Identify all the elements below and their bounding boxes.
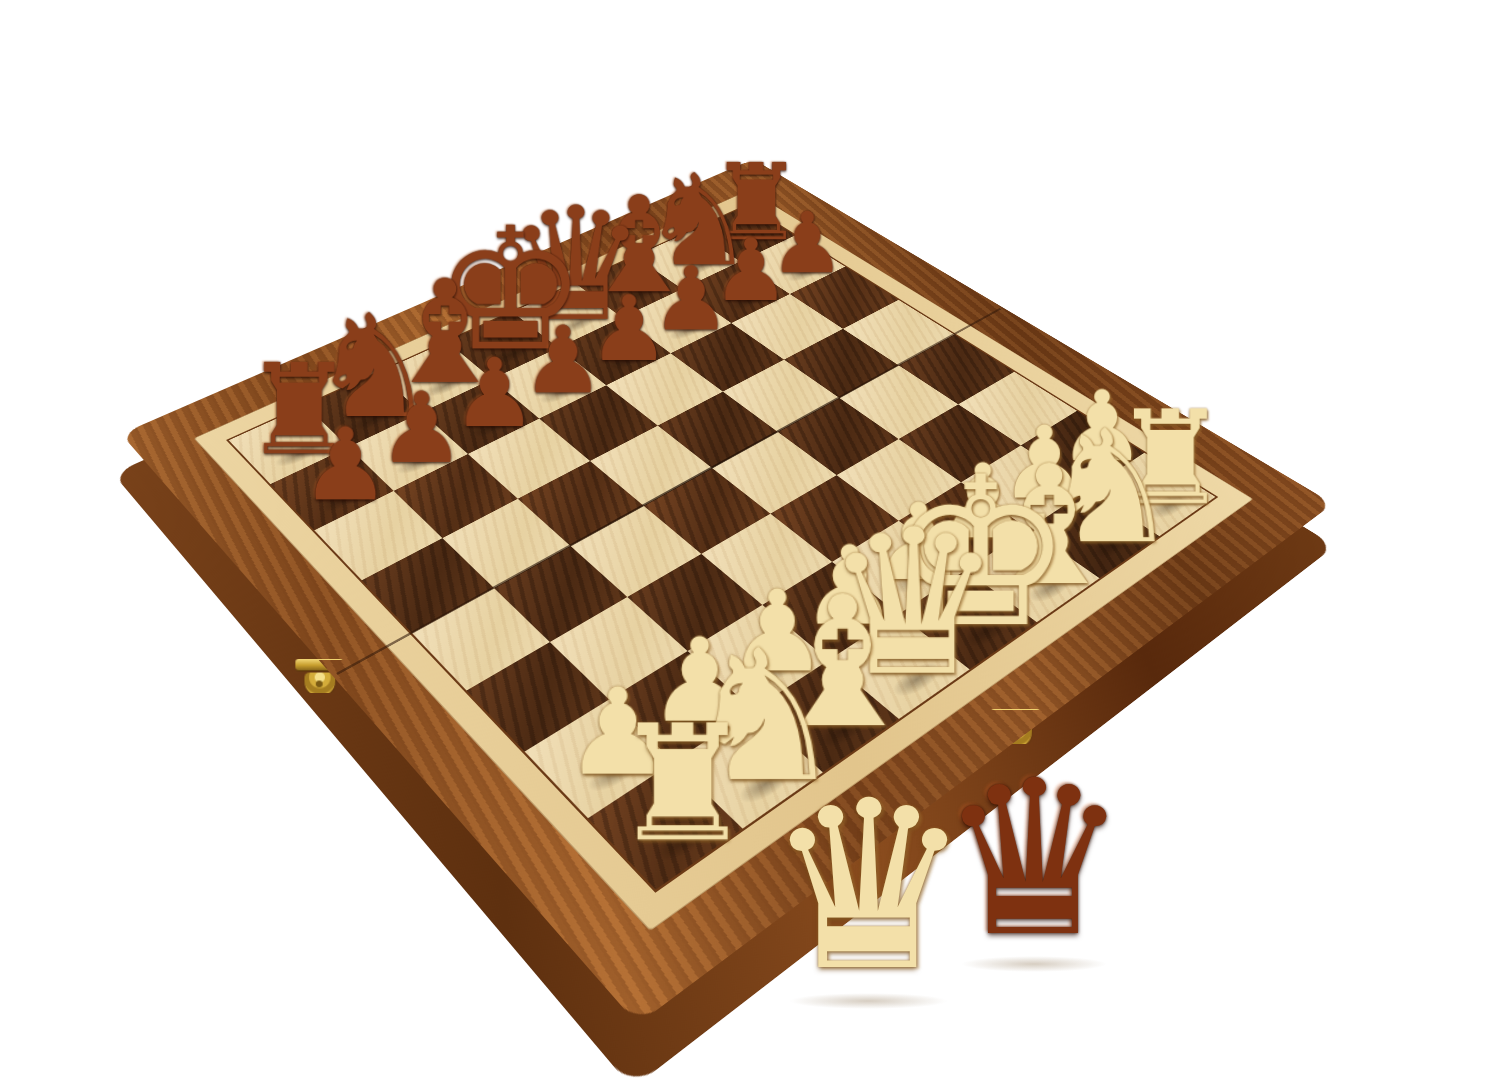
- product-photo-scene: ♜♞♝♚♛♝♞♜♟♟♟♟♟♟♟♟♟♟♟♟♟♟♟♟♜♞♝♛♚♝♞♜ ♛ ♛: [0, 0, 1500, 1078]
- chess-board: ♜♞♝♚♛♝♞♜♟♟♟♟♟♟♟♟♟♟♟♟♟♟♟♟♜♞♝♛♚♝♞♜: [121, 159, 1333, 1025]
- white-rook-icon: ♜: [611, 708, 754, 860]
- black-queen-icon: ♛: [938, 752, 1130, 966]
- spare-queen-black-shadow: [961, 956, 1107, 972]
- piece-white-rook-a1[interactable]: ♜: [588, 762, 742, 890]
- black-pawn-icon: ♟: [300, 417, 390, 512]
- clasp-pin-icon: [316, 680, 323, 687]
- spare-queen-white-shadow: [789, 993, 948, 1009]
- spare-queen-black[interactable]: ♛: [938, 752, 1130, 966]
